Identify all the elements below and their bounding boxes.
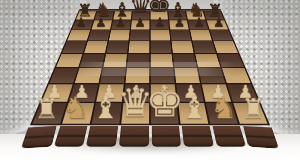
piece-white-pawn-e2: ♟	[156, 83, 172, 101]
square-e2[interactable]: ♟	[151, 84, 177, 102]
square-d7[interactable]: ♟	[131, 20, 149, 29]
square-a2[interactable]: ♟	[42, 84, 73, 102]
square-c6[interactable]	[109, 30, 130, 40]
square-f5[interactable]	[172, 41, 194, 53]
apron-plank-d	[119, 126, 149, 147]
square-e1[interactable]: ♚	[151, 103, 179, 124]
square-c7[interactable]: ♟	[111, 20, 130, 29]
square-g5[interactable]	[193, 41, 216, 53]
square-d5[interactable]	[129, 41, 150, 53]
square-g2[interactable]: ♟	[202, 84, 231, 102]
square-b8[interactable]: ♞	[95, 11, 114, 19]
square-g7[interactable]: ♟	[188, 20, 208, 29]
square-f6[interactable]	[170, 30, 191, 40]
apron-plank-a	[21, 126, 56, 149]
square-d1[interactable]: ♛	[121, 103, 149, 124]
square-a8[interactable]: ♜	[76, 11, 96, 19]
square-e7[interactable]: ♟	[151, 20, 169, 29]
square-f1[interactable]: ♝	[178, 103, 208, 124]
square-b5[interactable]	[84, 41, 107, 53]
apron-plank-e	[151, 126, 181, 147]
square-d2[interactable]: ♟	[124, 84, 150, 102]
square-h8[interactable]: ♜	[204, 11, 224, 19]
piece-black-rook-a8: ♜	[77, 2, 93, 19]
piece-white-pawn-f2: ♟	[183, 83, 199, 101]
square-h7[interactable]: ♟	[207, 20, 228, 29]
watermark-haze	[74, 62, 236, 76]
square-c2[interactable]: ♟	[96, 84, 124, 102]
piece-white-pawn-d2: ♟	[128, 83, 144, 101]
square-b2[interactable]: ♟	[69, 84, 98, 102]
piece-white-knight-g1: ♞	[210, 92, 237, 122]
piece-white-pawn-b2: ♟	[74, 83, 90, 101]
piece-white-bishop-c1: ♝	[92, 92, 120, 123]
apron-plank-f	[182, 126, 214, 147]
square-c1[interactable]: ♝	[92, 103, 122, 124]
piece-white-pawn-g2: ♟	[210, 83, 226, 101]
square-a5[interactable]	[62, 41, 87, 53]
square-f8[interactable]: ♝	[168, 11, 186, 19]
apron-plank-c	[86, 126, 118, 147]
square-g1[interactable]: ♞	[206, 103, 238, 124]
board-perspective-scene: ♜♞♝♛♚♝♞♜♟♟♟♟♟♟♟♟♟♟♟♟♟♟♟♟♜♞♝♛♚♝♞♜	[0, 0, 300, 160]
square-h2[interactable]: ♟	[227, 84, 258, 102]
chess-board: ♜♞♝♛♚♝♞♜♟♟♟♟♟♟♟♟♟♟♟♟♟♟♟♟♜♞♝♛♚♝♞♜	[21, 9, 279, 146]
square-f2[interactable]: ♟	[176, 84, 204, 102]
square-c8[interactable]: ♝	[113, 11, 131, 19]
square-d8[interactable]: ♛	[132, 11, 150, 19]
board-front-apron	[21, 125, 280, 147]
square-b6[interactable]	[88, 30, 110, 40]
square-b7[interactable]: ♟	[92, 20, 112, 29]
piece-white-pawn-h2: ♟	[237, 83, 253, 101]
apron-plank-b	[53, 126, 87, 147]
photo-scene: ♜♞♝♛♚♝♞♜♟♟♟♟♟♟♟♟♟♟♟♟♟♟♟♟♜♞♝♛♚♝♞♜	[0, 0, 300, 160]
square-d6[interactable]	[130, 30, 150, 40]
square-g8[interactable]: ♞	[186, 11, 205, 19]
apron-plank-h	[244, 126, 279, 149]
square-a7[interactable]: ♟	[72, 20, 93, 29]
square-g6[interactable]	[190, 30, 212, 40]
square-h6[interactable]	[210, 30, 233, 40]
piece-white-knight-b1: ♞	[62, 92, 89, 122]
piece-white-pawn-c2: ♟	[101, 83, 117, 101]
square-a6[interactable]	[67, 30, 90, 40]
square-e8[interactable]: ♚	[151, 11, 169, 19]
square-f7[interactable]: ♟	[169, 20, 188, 29]
square-c5[interactable]	[106, 41, 128, 53]
square-e5[interactable]	[151, 41, 172, 53]
square-a1[interactable]: ♜	[32, 103, 66, 124]
square-e6[interactable]	[151, 30, 171, 40]
piece-white-bishop-f1: ♝	[180, 92, 208, 123]
piece-white-pawn-a2: ♟	[47, 83, 63, 101]
square-b1[interactable]: ♞	[62, 103, 94, 124]
apron-plank-g	[212, 126, 246, 147]
piece-black-rook-h8: ♜	[207, 2, 223, 19]
square-h5[interactable]	[213, 41, 238, 53]
square-h1[interactable]: ♜	[233, 103, 267, 124]
